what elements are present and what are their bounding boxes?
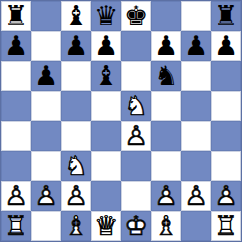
square-a2[interactable] bbox=[1, 181, 31, 211]
piece-black-pawn[interactable] bbox=[61, 31, 91, 61]
piece-white-rook[interactable] bbox=[211, 211, 241, 241]
square-e2[interactable] bbox=[121, 181, 151, 211]
square-g1[interactable] bbox=[181, 211, 211, 241]
chess-board bbox=[0, 0, 242, 242]
square-d1[interactable] bbox=[91, 211, 121, 241]
piece-white-pawn[interactable] bbox=[1, 181, 31, 211]
square-h1[interactable] bbox=[211, 211, 241, 241]
piece-black-bishop[interactable] bbox=[61, 1, 91, 31]
square-a5[interactable] bbox=[1, 91, 31, 121]
square-g8[interactable] bbox=[181, 1, 211, 31]
square-c8[interactable] bbox=[61, 1, 91, 31]
square-e4[interactable] bbox=[121, 121, 151, 151]
piece-black-pawn[interactable] bbox=[91, 31, 121, 61]
piece-white-pawn[interactable] bbox=[121, 121, 151, 151]
piece-black-knight[interactable] bbox=[151, 61, 181, 91]
piece-white-king[interactable] bbox=[121, 211, 151, 241]
square-e8[interactable] bbox=[121, 1, 151, 31]
square-h7[interactable] bbox=[211, 31, 241, 61]
square-b4[interactable] bbox=[31, 121, 61, 151]
square-d7[interactable] bbox=[91, 31, 121, 61]
piece-white-pawn[interactable] bbox=[151, 181, 181, 211]
square-g2[interactable] bbox=[181, 181, 211, 211]
square-g6[interactable] bbox=[181, 61, 211, 91]
square-b2[interactable] bbox=[31, 181, 61, 211]
square-h2[interactable] bbox=[211, 181, 241, 211]
piece-black-queen[interactable] bbox=[91, 1, 121, 31]
square-b8[interactable] bbox=[31, 1, 61, 31]
square-f1[interactable] bbox=[151, 211, 181, 241]
square-d6[interactable] bbox=[91, 61, 121, 91]
square-f6[interactable] bbox=[151, 61, 181, 91]
square-h3[interactable] bbox=[211, 151, 241, 181]
square-e6[interactable] bbox=[121, 61, 151, 91]
square-b6[interactable] bbox=[31, 61, 61, 91]
piece-white-bishop[interactable] bbox=[61, 211, 91, 241]
piece-white-knight[interactable] bbox=[61, 151, 91, 181]
square-a1[interactable] bbox=[1, 211, 31, 241]
square-e3[interactable] bbox=[121, 151, 151, 181]
piece-white-bishop[interactable] bbox=[151, 211, 181, 241]
piece-black-bishop[interactable] bbox=[91, 61, 121, 91]
square-f8[interactable] bbox=[151, 1, 181, 31]
square-a6[interactable] bbox=[1, 61, 31, 91]
chess-board-container bbox=[0, 0, 242, 242]
piece-white-pawn[interactable] bbox=[31, 181, 61, 211]
piece-white-pawn[interactable] bbox=[61, 181, 91, 211]
square-c3[interactable] bbox=[61, 151, 91, 181]
square-c7[interactable] bbox=[61, 31, 91, 61]
square-a7[interactable] bbox=[1, 31, 31, 61]
square-c4[interactable] bbox=[61, 121, 91, 151]
square-h4[interactable] bbox=[211, 121, 241, 151]
square-a8[interactable] bbox=[1, 1, 31, 31]
piece-black-rook[interactable] bbox=[211, 1, 241, 31]
square-b7[interactable] bbox=[31, 31, 61, 61]
piece-black-rook[interactable] bbox=[1, 1, 31, 31]
piece-black-king[interactable] bbox=[121, 1, 151, 31]
square-c5[interactable] bbox=[61, 91, 91, 121]
piece-white-rook[interactable] bbox=[1, 211, 31, 241]
piece-white-knight[interactable] bbox=[121, 91, 151, 121]
square-h8[interactable] bbox=[211, 1, 241, 31]
piece-black-pawn[interactable] bbox=[31, 61, 61, 91]
square-f4[interactable] bbox=[151, 121, 181, 151]
square-a3[interactable] bbox=[1, 151, 31, 181]
square-c2[interactable] bbox=[61, 181, 91, 211]
piece-black-pawn[interactable] bbox=[1, 31, 31, 61]
square-g5[interactable] bbox=[181, 91, 211, 121]
square-d3[interactable] bbox=[91, 151, 121, 181]
square-g7[interactable] bbox=[181, 31, 211, 61]
square-f3[interactable] bbox=[151, 151, 181, 181]
square-e1[interactable] bbox=[121, 211, 151, 241]
square-c1[interactable] bbox=[61, 211, 91, 241]
square-h5[interactable] bbox=[211, 91, 241, 121]
square-g3[interactable] bbox=[181, 151, 211, 181]
square-f7[interactable] bbox=[151, 31, 181, 61]
piece-black-pawn[interactable] bbox=[181, 31, 211, 61]
piece-white-pawn[interactable] bbox=[211, 181, 241, 211]
square-f2[interactable] bbox=[151, 181, 181, 211]
square-f5[interactable] bbox=[151, 91, 181, 121]
piece-black-pawn[interactable] bbox=[211, 31, 241, 61]
square-d5[interactable] bbox=[91, 91, 121, 121]
square-g4[interactable] bbox=[181, 121, 211, 151]
square-b1[interactable] bbox=[31, 211, 61, 241]
square-e7[interactable] bbox=[121, 31, 151, 61]
square-b3[interactable] bbox=[31, 151, 61, 181]
square-d2[interactable] bbox=[91, 181, 121, 211]
piece-white-queen[interactable] bbox=[91, 211, 121, 241]
square-h6[interactable] bbox=[211, 61, 241, 91]
piece-white-pawn[interactable] bbox=[181, 181, 211, 211]
square-b5[interactable] bbox=[31, 91, 61, 121]
square-c6[interactable] bbox=[61, 61, 91, 91]
square-d8[interactable] bbox=[91, 1, 121, 31]
square-e5[interactable] bbox=[121, 91, 151, 121]
piece-black-pawn[interactable] bbox=[151, 31, 181, 61]
square-a4[interactable] bbox=[1, 121, 31, 151]
square-d4[interactable] bbox=[91, 121, 121, 151]
